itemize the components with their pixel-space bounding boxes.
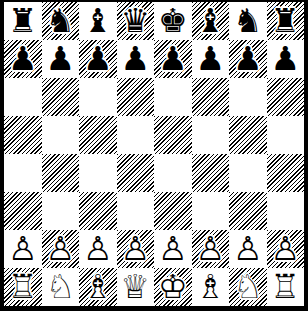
- square-c2[interactable]: ♟♙: [79, 230, 117, 268]
- square-b3[interactable]: [42, 192, 80, 230]
- white-queen-icon: ♕: [117, 268, 155, 306]
- square-b7[interactable]: ♟: [42, 40, 80, 78]
- white-rook-icon: ♖: [267, 268, 305, 306]
- white-king-icon: ♔: [154, 268, 192, 306]
- square-b8[interactable]: ♞: [42, 2, 80, 40]
- white-pawn-icon: ♙: [154, 230, 192, 268]
- white-knight-icon: ♘: [229, 268, 267, 306]
- square-g6[interactable]: [229, 78, 267, 116]
- piece-white-knight[interactable]: ♞♘: [229, 268, 267, 306]
- square-b6[interactable]: [42, 78, 80, 116]
- black-bishop-icon: ♝: [79, 2, 117, 40]
- square-f2[interactable]: ♟♙: [192, 230, 230, 268]
- square-e7[interactable]: ♟: [154, 40, 192, 78]
- piece-white-pawn[interactable]: ♟♙: [42, 230, 80, 268]
- piece-black-pawn[interactable]: ♟: [4, 40, 42, 78]
- square-b4[interactable]: [42, 154, 80, 192]
- square-h4[interactable]: [267, 154, 305, 192]
- square-a6[interactable]: [4, 78, 42, 116]
- square-h5[interactable]: [267, 116, 305, 154]
- square-b1[interactable]: ♞♘: [42, 268, 80, 306]
- square-f5[interactable]: [192, 116, 230, 154]
- black-knight-icon: ♞: [42, 2, 80, 40]
- square-d7[interactable]: ♟: [117, 40, 155, 78]
- piece-white-pawn[interactable]: ♟♙: [267, 230, 305, 268]
- white-bishop-icon: ♗: [79, 268, 117, 306]
- square-c8[interactable]: ♝: [79, 2, 117, 40]
- piece-black-queen[interactable]: ♛: [117, 2, 155, 40]
- square-d4[interactable]: [117, 154, 155, 192]
- piece-white-bishop[interactable]: ♝♗: [192, 268, 230, 306]
- piece-black-pawn[interactable]: ♟: [229, 40, 267, 78]
- square-f4[interactable]: [192, 154, 230, 192]
- chess-board-frame: ♜♞♝♛♚♝♞♜♟♟♟♟♟♟♟♟♟♙♟♙♟♙♟♙♟♙♟♙♟♙♟♙♜♖♞♘♝♗♛♕…: [0, 0, 308, 311]
- square-b5[interactable]: [42, 116, 80, 154]
- square-f6[interactable]: [192, 78, 230, 116]
- piece-white-rook[interactable]: ♜♖: [267, 268, 305, 306]
- piece-black-pawn[interactable]: ♟: [154, 40, 192, 78]
- piece-white-pawn[interactable]: ♟♙: [192, 230, 230, 268]
- white-rook-icon: ♖: [4, 268, 42, 306]
- square-c4[interactable]: [79, 154, 117, 192]
- white-pawn-icon: ♙: [229, 230, 267, 268]
- black-pawn-icon: ♟: [267, 40, 305, 78]
- white-pawn-icon: ♙: [79, 230, 117, 268]
- square-d1[interactable]: ♛♕: [117, 268, 155, 306]
- white-bishop-icon: ♗: [192, 268, 230, 306]
- square-f1[interactable]: ♝♗: [192, 268, 230, 306]
- white-pawn-icon: ♙: [4, 230, 42, 268]
- black-pawn-icon: ♟: [4, 40, 42, 78]
- square-b2[interactable]: ♟♙: [42, 230, 80, 268]
- square-f8[interactable]: ♝: [192, 2, 230, 40]
- piece-white-rook[interactable]: ♜♖: [4, 268, 42, 306]
- square-c3[interactable]: [79, 192, 117, 230]
- black-pawn-icon: ♟: [79, 40, 117, 78]
- white-pawn-icon: ♙: [117, 230, 155, 268]
- square-c1[interactable]: ♝♗: [79, 268, 117, 306]
- piece-black-pawn[interactable]: ♟: [79, 40, 117, 78]
- piece-black-bishop[interactable]: ♝: [192, 2, 230, 40]
- piece-black-rook[interactable]: ♜: [4, 2, 42, 40]
- square-h3[interactable]: [267, 192, 305, 230]
- piece-white-bishop[interactable]: ♝♗: [79, 268, 117, 306]
- square-c7[interactable]: ♟: [79, 40, 117, 78]
- piece-white-pawn[interactable]: ♟♙: [154, 230, 192, 268]
- square-g4[interactable]: [229, 154, 267, 192]
- square-e2[interactable]: ♟♙: [154, 230, 192, 268]
- black-queen-icon: ♛: [117, 2, 155, 40]
- piece-black-rook[interactable]: ♜: [267, 2, 305, 40]
- black-rook-icon: ♜: [267, 2, 305, 40]
- square-g8[interactable]: ♞: [229, 2, 267, 40]
- square-a3[interactable]: [4, 192, 42, 230]
- square-e5[interactable]: [154, 116, 192, 154]
- square-a7[interactable]: ♟: [4, 40, 42, 78]
- black-king-icon: ♚: [154, 2, 192, 40]
- square-h7[interactable]: ♟: [267, 40, 305, 78]
- square-g5[interactable]: [229, 116, 267, 154]
- piece-black-bishop[interactable]: ♝: [79, 2, 117, 40]
- black-knight-icon: ♞: [229, 2, 267, 40]
- square-d6[interactable]: [117, 78, 155, 116]
- black-rook-icon: ♜: [4, 2, 42, 40]
- white-pawn-icon: ♙: [42, 230, 80, 268]
- square-h6[interactable]: [267, 78, 305, 116]
- square-d8[interactable]: ♛: [117, 2, 155, 40]
- square-d2[interactable]: ♟♙: [117, 230, 155, 268]
- piece-black-pawn[interactable]: ♟: [117, 40, 155, 78]
- square-e8[interactable]: ♚: [154, 2, 192, 40]
- square-a5[interactable]: [4, 116, 42, 154]
- square-h1[interactable]: ♜♖: [267, 268, 305, 306]
- square-c6[interactable]: [79, 78, 117, 116]
- square-f7[interactable]: ♟: [192, 40, 230, 78]
- piece-black-pawn[interactable]: ♟: [267, 40, 305, 78]
- square-e4[interactable]: [154, 154, 192, 192]
- piece-white-knight[interactable]: ♞♘: [42, 268, 80, 306]
- square-f3[interactable]: [192, 192, 230, 230]
- piece-black-king[interactable]: ♚: [154, 2, 192, 40]
- white-knight-icon: ♘: [42, 268, 80, 306]
- square-g7[interactable]: ♟: [229, 40, 267, 78]
- square-a8[interactable]: ♜: [4, 2, 42, 40]
- square-a1[interactable]: ♜♖: [4, 268, 42, 306]
- square-h2[interactable]: ♟♙: [267, 230, 305, 268]
- square-g2[interactable]: ♟♙: [229, 230, 267, 268]
- piece-black-knight[interactable]: ♞: [42, 2, 80, 40]
- square-d5[interactable]: [117, 116, 155, 154]
- piece-black-knight[interactable]: ♞: [229, 2, 267, 40]
- piece-white-king[interactable]: ♚♔: [154, 268, 192, 306]
- square-e6[interactable]: [154, 78, 192, 116]
- piece-white-pawn[interactable]: ♟♙: [229, 230, 267, 268]
- piece-white-pawn[interactable]: ♟♙: [117, 230, 155, 268]
- black-pawn-icon: ♟: [192, 40, 230, 78]
- black-pawn-icon: ♟: [229, 40, 267, 78]
- piece-white-pawn[interactable]: ♟♙: [4, 230, 42, 268]
- square-g1[interactable]: ♞♘: [229, 268, 267, 306]
- piece-white-queen[interactable]: ♛♕: [117, 268, 155, 306]
- square-g3[interactable]: [229, 192, 267, 230]
- square-c5[interactable]: [79, 116, 117, 154]
- square-d3[interactable]: [117, 192, 155, 230]
- black-pawn-icon: ♟: [117, 40, 155, 78]
- black-bishop-icon: ♝: [192, 2, 230, 40]
- white-pawn-icon: ♙: [192, 230, 230, 268]
- black-pawn-icon: ♟: [42, 40, 80, 78]
- piece-black-pawn[interactable]: ♟: [42, 40, 80, 78]
- square-e3[interactable]: [154, 192, 192, 230]
- square-e1[interactable]: ♚♔: [154, 268, 192, 306]
- piece-white-pawn[interactable]: ♟♙: [79, 230, 117, 268]
- square-a4[interactable]: [4, 154, 42, 192]
- square-a2[interactable]: ♟♙: [4, 230, 42, 268]
- black-pawn-icon: ♟: [154, 40, 192, 78]
- square-h8[interactable]: ♜: [267, 2, 305, 40]
- white-pawn-icon: ♙: [267, 230, 305, 268]
- piece-black-pawn[interactable]: ♟: [192, 40, 230, 78]
- chess-board: ♜♞♝♛♚♝♞♜♟♟♟♟♟♟♟♟♟♙♟♙♟♙♟♙♟♙♟♙♟♙♟♙♜♖♞♘♝♗♛♕…: [4, 2, 304, 306]
